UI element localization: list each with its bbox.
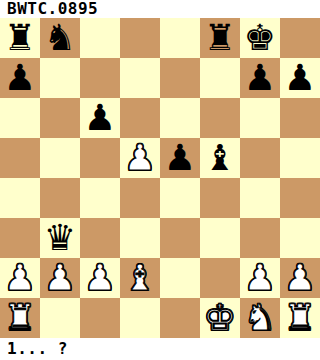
square-a2[interactable]: ♟ bbox=[0, 258, 40, 298]
square-h7[interactable]: ♟ bbox=[280, 58, 320, 98]
square-g3[interactable] bbox=[240, 218, 280, 258]
square-a7[interactable]: ♟ bbox=[0, 58, 40, 98]
piece-white-pawn: ♟ bbox=[44, 258, 76, 298]
square-h1[interactable]: ♜ bbox=[280, 298, 320, 338]
square-g5[interactable] bbox=[240, 138, 280, 178]
square-d1[interactable] bbox=[120, 298, 160, 338]
square-d4[interactable] bbox=[120, 178, 160, 218]
title-bar: BWTC.0895 bbox=[0, 0, 320, 18]
square-g2[interactable]: ♟ bbox=[240, 258, 280, 298]
square-g1[interactable]: ♞ bbox=[240, 298, 280, 338]
square-b2[interactable]: ♟ bbox=[40, 258, 80, 298]
square-f3[interactable] bbox=[200, 218, 240, 258]
square-c4[interactable] bbox=[80, 178, 120, 218]
move-prompt: 1... ? bbox=[7, 341, 68, 357]
square-a6[interactable] bbox=[0, 98, 40, 138]
square-a5[interactable] bbox=[0, 138, 40, 178]
piece-black-rook: ♜ bbox=[4, 18, 36, 58]
square-d8[interactable] bbox=[120, 18, 160, 58]
square-f1[interactable]: ♚ bbox=[200, 298, 240, 338]
square-h3[interactable] bbox=[280, 218, 320, 258]
chess-board: ♜♞♜♚♟♟♟♟♟♟♝♛♟♟♟♝♟♟♜♚♞♜ bbox=[0, 18, 320, 338]
footer-bar: 1... ? bbox=[0, 338, 320, 360]
square-c5[interactable] bbox=[80, 138, 120, 178]
piece-black-pawn: ♟ bbox=[284, 58, 316, 98]
square-f5[interactable]: ♝ bbox=[200, 138, 240, 178]
piece-white-rook: ♜ bbox=[284, 298, 316, 338]
square-g4[interactable] bbox=[240, 178, 280, 218]
puzzle-id: BWTC.0895 bbox=[7, 1, 98, 17]
square-a8[interactable]: ♜ bbox=[0, 18, 40, 58]
square-h6[interactable] bbox=[280, 98, 320, 138]
square-b1[interactable] bbox=[40, 298, 80, 338]
square-b8[interactable]: ♞ bbox=[40, 18, 80, 58]
square-a1[interactable]: ♜ bbox=[0, 298, 40, 338]
square-c1[interactable] bbox=[80, 298, 120, 338]
square-g7[interactable]: ♟ bbox=[240, 58, 280, 98]
square-e2[interactable] bbox=[160, 258, 200, 298]
square-h4[interactable] bbox=[280, 178, 320, 218]
square-c6[interactable]: ♟ bbox=[80, 98, 120, 138]
square-h2[interactable]: ♟ bbox=[280, 258, 320, 298]
square-e6[interactable] bbox=[160, 98, 200, 138]
square-e1[interactable] bbox=[160, 298, 200, 338]
piece-white-bishop: ♝ bbox=[124, 258, 156, 298]
piece-black-rook: ♜ bbox=[204, 18, 236, 58]
piece-white-pawn: ♟ bbox=[244, 258, 276, 298]
piece-white-king: ♚ bbox=[204, 298, 236, 338]
square-c8[interactable] bbox=[80, 18, 120, 58]
piece-white-knight: ♞ bbox=[244, 298, 276, 338]
piece-black-queen: ♛ bbox=[44, 218, 76, 258]
square-b5[interactable] bbox=[40, 138, 80, 178]
square-e4[interactable] bbox=[160, 178, 200, 218]
square-d5[interactable]: ♟ bbox=[120, 138, 160, 178]
square-a3[interactable] bbox=[0, 218, 40, 258]
square-d3[interactable] bbox=[120, 218, 160, 258]
chess-app-window: BWTC.0895 ♜♞♜♚♟♟♟♟♟♟♝♛♟♟♟♝♟♟♜♚♞♜ 1... ? bbox=[0, 0, 320, 360]
square-e7[interactable] bbox=[160, 58, 200, 98]
square-c3[interactable] bbox=[80, 218, 120, 258]
square-f2[interactable] bbox=[200, 258, 240, 298]
square-f8[interactable]: ♜ bbox=[200, 18, 240, 58]
square-e3[interactable] bbox=[160, 218, 200, 258]
piece-white-pawn: ♟ bbox=[4, 258, 36, 298]
square-b4[interactable] bbox=[40, 178, 80, 218]
square-c2[interactable]: ♟ bbox=[80, 258, 120, 298]
piece-white-pawn: ♟ bbox=[84, 258, 116, 298]
square-f7[interactable] bbox=[200, 58, 240, 98]
piece-black-pawn: ♟ bbox=[84, 98, 116, 138]
square-h5[interactable] bbox=[280, 138, 320, 178]
square-g8[interactable]: ♚ bbox=[240, 18, 280, 58]
square-d7[interactable] bbox=[120, 58, 160, 98]
piece-black-pawn: ♟ bbox=[4, 58, 36, 98]
square-b7[interactable] bbox=[40, 58, 80, 98]
square-f6[interactable] bbox=[200, 98, 240, 138]
piece-black-knight: ♞ bbox=[44, 18, 76, 58]
piece-white-pawn: ♟ bbox=[124, 138, 156, 178]
piece-black-king: ♚ bbox=[244, 18, 276, 58]
square-b6[interactable] bbox=[40, 98, 80, 138]
square-d6[interactable] bbox=[120, 98, 160, 138]
square-e8[interactable] bbox=[160, 18, 200, 58]
square-h8[interactable] bbox=[280, 18, 320, 58]
square-b3[interactable]: ♛ bbox=[40, 218, 80, 258]
square-g6[interactable] bbox=[240, 98, 280, 138]
square-a4[interactable] bbox=[0, 178, 40, 218]
piece-black-bishop: ♝ bbox=[204, 138, 236, 178]
piece-white-pawn: ♟ bbox=[284, 258, 316, 298]
square-f4[interactable] bbox=[200, 178, 240, 218]
piece-white-rook: ♜ bbox=[4, 298, 36, 338]
piece-black-pawn: ♟ bbox=[244, 58, 276, 98]
piece-black-pawn: ♟ bbox=[164, 138, 196, 178]
square-e5[interactable]: ♟ bbox=[160, 138, 200, 178]
square-d2[interactable]: ♝ bbox=[120, 258, 160, 298]
square-c7[interactable] bbox=[80, 58, 120, 98]
